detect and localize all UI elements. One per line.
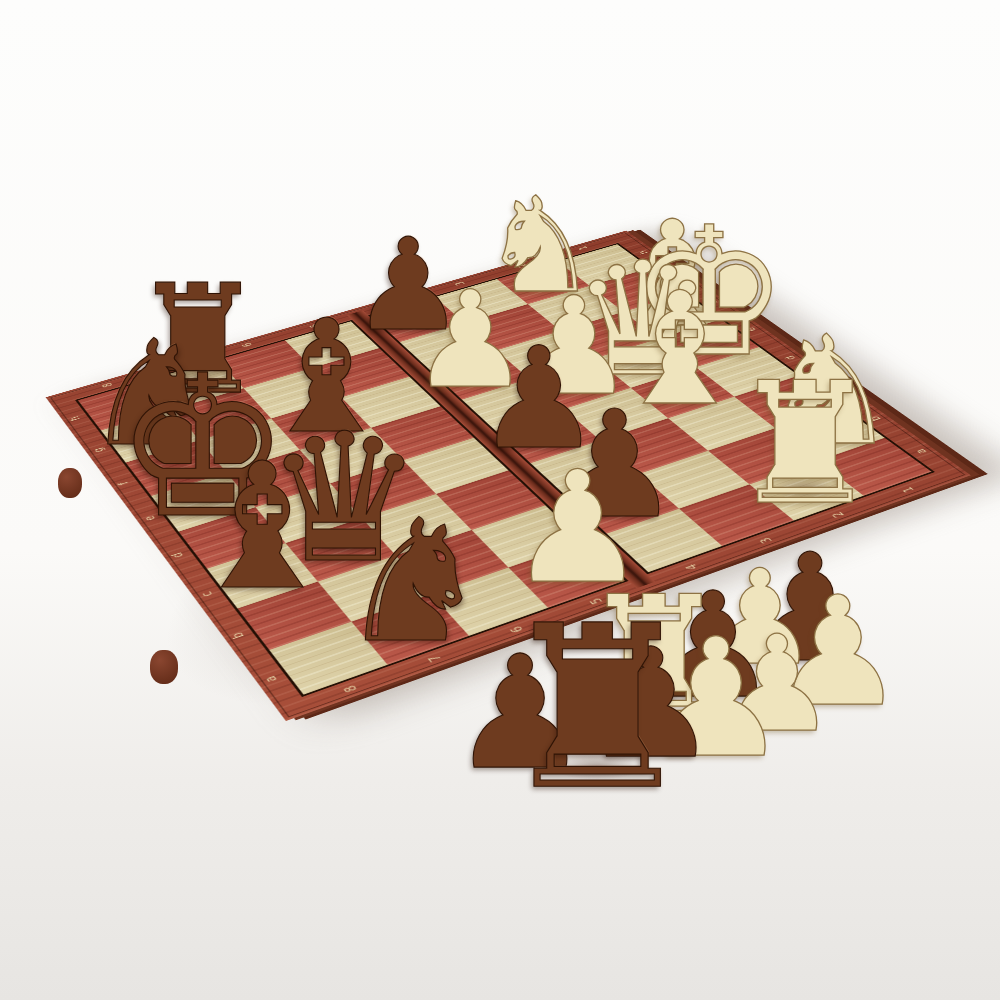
piece-shadow [479, 742, 561, 766]
piece-shadow [607, 687, 702, 715]
file-label-d: d [166, 548, 190, 563]
file-label-b: b [226, 627, 252, 644]
piece-shadow [533, 748, 661, 786]
piece-white-pawn: ♟ [711, 618, 844, 751]
file-label-a: a [258, 670, 285, 688]
piece-shadow [673, 729, 759, 754]
board-foot [58, 468, 82, 498]
file-label-h: h [64, 412, 86, 424]
piece-shadow [742, 709, 811, 729]
piece-shadow [726, 643, 794, 663]
file-label-c: c [195, 586, 220, 602]
chess-set-photo-scene: aabbccddeeffgghh8877665544332211 ♚♛♜♝♝♞♞… [0, 0, 1000, 1000]
file-label-f: f [113, 476, 136, 489]
piece-shadow [675, 672, 751, 694]
piece-shadow [612, 733, 691, 756]
file-label-g: g [88, 444, 110, 457]
file-label-e: e [139, 511, 163, 525]
pawn-glyph: ♟ [717, 618, 836, 751]
piece-shadow [771, 636, 849, 659]
board-foot [150, 650, 178, 684]
piece-shadow [799, 681, 878, 704]
